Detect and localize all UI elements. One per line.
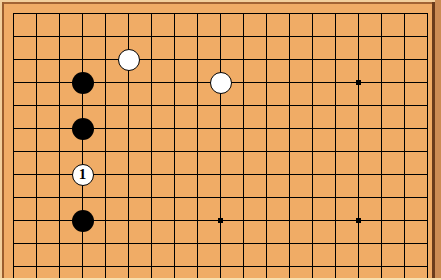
stone-black-d16: [72, 72, 94, 94]
stone-white-f17: [118, 49, 140, 71]
board-edge-left-line: [2, 2, 4, 280]
stone-white-k16: [210, 72, 232, 94]
stone-white-d12: 1: [72, 164, 94, 186]
go-board: 1: [0, 0, 441, 280]
stone-black-d14: [72, 118, 94, 140]
go-diagram: 1: [0, 0, 441, 280]
stones-layer: 1: [2, 2, 439, 278]
stone-black-d10: [72, 210, 94, 232]
star-point-q10: [356, 218, 361, 223]
star-point-q16: [356, 80, 361, 85]
star-point-k10: [218, 218, 223, 223]
board-edge-top-line: [2, 2, 441, 4]
board-edge-right-shadow: [435, 0, 441, 280]
